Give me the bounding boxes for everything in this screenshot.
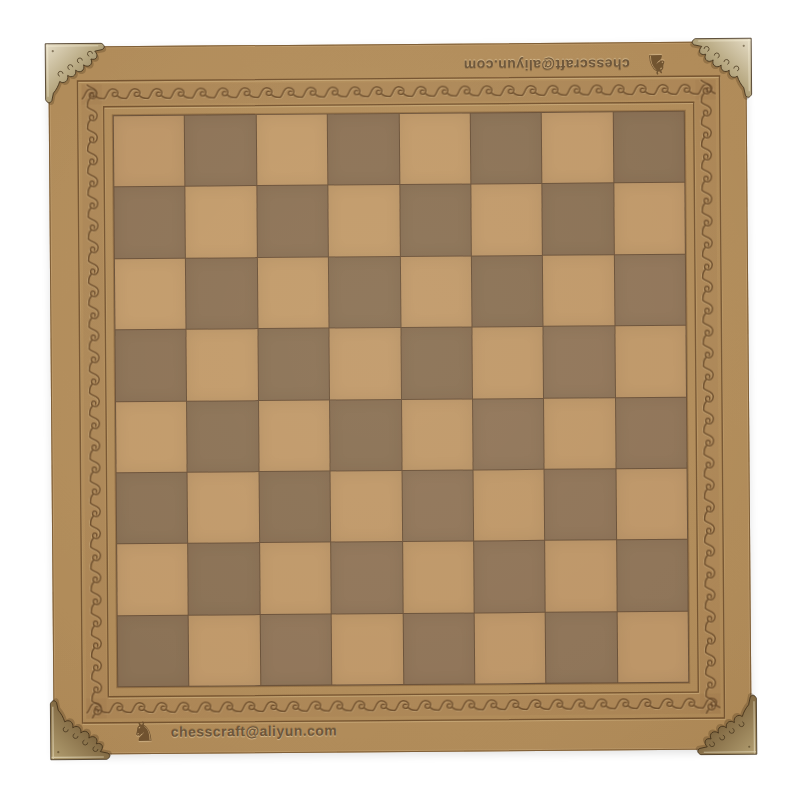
corner-protector-top-right (690, 38, 751, 100)
photo-canvas: ♞ chesscraft@aliyun.com ♞ chesscraft@ali… (0, 0, 800, 800)
corner-hardware (49, 42, 753, 755)
chess-board-mat: ♞ chesscraft@aliyun.com ♞ chesscraft@ali… (48, 41, 752, 754)
corner-protector-bottom-left (50, 698, 111, 760)
corner-protector-top-left (45, 43, 106, 105)
corner-protector-bottom-right (695, 693, 756, 755)
